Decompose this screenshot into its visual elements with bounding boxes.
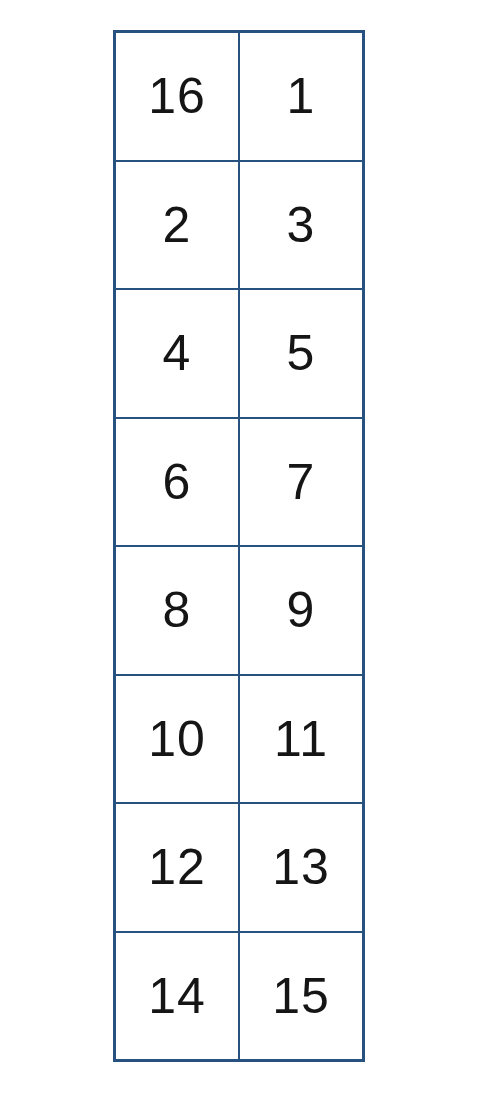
grid-cell: 8 <box>115 546 239 675</box>
grid-cell: 12 <box>115 803 239 932</box>
grid-cell: 13 <box>239 803 363 932</box>
grid-cell: 14 <box>115 932 239 1061</box>
grid-cell: 9 <box>239 546 363 675</box>
number-grid-board: 16 1 2 3 4 5 6 7 8 9 10 11 12 13 14 15 <box>113 30 365 1062</box>
grid-cell: 2 <box>115 161 239 290</box>
grid-cell: 15 <box>239 932 363 1061</box>
grid-cell: 6 <box>115 418 239 547</box>
grid-cell: 5 <box>239 289 363 418</box>
grid-cell: 4 <box>115 289 239 418</box>
grid-cell: 1 <box>239 32 363 161</box>
grid-cell: 11 <box>239 675 363 804</box>
grid-cell: 7 <box>239 418 363 547</box>
grid-cell: 16 <box>115 32 239 161</box>
grid-cell: 3 <box>239 161 363 290</box>
grid-cell: 10 <box>115 675 239 804</box>
